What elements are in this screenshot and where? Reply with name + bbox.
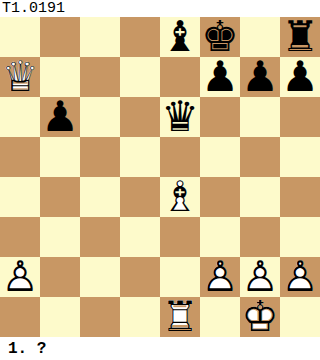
black-pawn-body: ♟ <box>200 57 240 97</box>
square-c3[interactable] <box>80 217 120 257</box>
square-e5[interactable] <box>160 137 200 177</box>
square-e4[interactable]: ♝♗ <box>160 177 200 217</box>
black-queen: ♛ <box>160 97 200 137</box>
black-bishop: ♝ <box>160 17 200 57</box>
black-pawn: ♟ <box>200 57 240 97</box>
white-pawn-outline: ♙ <box>280 257 320 297</box>
square-h3[interactable] <box>280 217 320 257</box>
square-g1[interactable]: ♚♔ <box>240 297 280 337</box>
square-h4[interactable] <box>280 177 320 217</box>
square-f7[interactable]: ♟ <box>200 57 240 97</box>
white-pawn-outline: ♙ <box>240 257 280 297</box>
square-a6[interactable] <box>0 97 40 137</box>
square-h6[interactable] <box>280 97 320 137</box>
black-king-body: ♚ <box>200 17 240 57</box>
square-d8[interactable] <box>120 17 160 57</box>
square-g6[interactable] <box>240 97 280 137</box>
square-f1[interactable] <box>200 297 240 337</box>
square-h8[interactable]: ♜ <box>280 17 320 57</box>
square-e6[interactable]: ♛ <box>160 97 200 137</box>
square-a4[interactable] <box>0 177 40 217</box>
square-f4[interactable] <box>200 177 240 217</box>
white-pawn: ♟♙ <box>240 257 280 297</box>
square-h1[interactable] <box>280 297 320 337</box>
square-f6[interactable] <box>200 97 240 137</box>
move-prompt: 1. ? <box>0 340 320 358</box>
white-queen-outline: ♕ <box>0 57 40 97</box>
white-pawn: ♟♙ <box>200 257 240 297</box>
square-a2[interactable]: ♟♙ <box>0 257 40 297</box>
square-a8[interactable] <box>0 17 40 57</box>
white-bishop: ♝♗ <box>160 177 200 217</box>
square-g5[interactable] <box>240 137 280 177</box>
square-g7[interactable]: ♟ <box>240 57 280 97</box>
square-c6[interactable] <box>80 97 120 137</box>
square-h2[interactable]: ♟♙ <box>280 257 320 297</box>
square-e1[interactable]: ♜♖ <box>160 297 200 337</box>
square-b1[interactable] <box>40 297 80 337</box>
square-a5[interactable] <box>0 137 40 177</box>
square-e3[interactable] <box>160 217 200 257</box>
black-pawn-body: ♟ <box>280 57 320 97</box>
square-e8[interactable]: ♝ <box>160 17 200 57</box>
square-g3[interactable] <box>240 217 280 257</box>
black-rook-body: ♜ <box>280 17 320 57</box>
square-f2[interactable]: ♟♙ <box>200 257 240 297</box>
white-queen: ♛♕ <box>0 57 40 97</box>
square-e7[interactable] <box>160 57 200 97</box>
square-f8[interactable]: ♚ <box>200 17 240 57</box>
square-d1[interactable] <box>120 297 160 337</box>
white-pawn-outline: ♙ <box>0 257 40 297</box>
white-rook-outline: ♖ <box>160 297 200 337</box>
square-d5[interactable] <box>120 137 160 177</box>
square-b2[interactable] <box>40 257 80 297</box>
black-rook: ♜ <box>280 17 320 57</box>
square-a3[interactable] <box>0 217 40 257</box>
square-g4[interactable] <box>240 177 280 217</box>
square-h7[interactable]: ♟ <box>280 57 320 97</box>
square-d4[interactable] <box>120 177 160 217</box>
square-g8[interactable] <box>240 17 280 57</box>
square-g2[interactable]: ♟♙ <box>240 257 280 297</box>
black-pawn-body: ♟ <box>240 57 280 97</box>
square-f5[interactable] <box>200 137 240 177</box>
black-bishop-body: ♝ <box>160 17 200 57</box>
square-d2[interactable] <box>120 257 160 297</box>
square-b7[interactable] <box>40 57 80 97</box>
black-pawn: ♟ <box>40 97 80 137</box>
square-b3[interactable] <box>40 217 80 257</box>
black-king: ♚ <box>200 17 240 57</box>
square-c8[interactable] <box>80 17 120 57</box>
square-c1[interactable] <box>80 297 120 337</box>
black-pawn-body: ♟ <box>40 97 80 137</box>
square-b4[interactable] <box>40 177 80 217</box>
square-d6[interactable] <box>120 97 160 137</box>
white-pawn: ♟♙ <box>280 257 320 297</box>
square-h5[interactable] <box>280 137 320 177</box>
square-a7[interactable]: ♛♕ <box>0 57 40 97</box>
white-rook: ♜♖ <box>160 297 200 337</box>
square-d7[interactable] <box>120 57 160 97</box>
white-king-outline: ♔ <box>240 297 280 337</box>
square-b5[interactable] <box>40 137 80 177</box>
square-c2[interactable] <box>80 257 120 297</box>
puzzle-id: T1.0191 <box>0 0 320 17</box>
black-queen-body: ♛ <box>160 97 200 137</box>
square-c4[interactable] <box>80 177 120 217</box>
white-pawn: ♟♙ <box>0 257 40 297</box>
square-b8[interactable] <box>40 17 80 57</box>
square-d3[interactable] <box>120 217 160 257</box>
square-f3[interactable] <box>200 217 240 257</box>
square-b6[interactable]: ♟ <box>40 97 80 137</box>
square-c7[interactable] <box>80 57 120 97</box>
white-bishop-outline: ♗ <box>160 177 200 217</box>
white-pawn-outline: ♙ <box>200 257 240 297</box>
black-pawn: ♟ <box>240 57 280 97</box>
white-king: ♚♔ <box>240 297 280 337</box>
puzzle-app-window: T1.0191 ♝♚♜♛♕♟♟♟♟♛♝♗♟♙♟♙♟♙♟♙♜♖♚♔ 1. ? <box>0 0 320 360</box>
square-c5[interactable] <box>80 137 120 177</box>
chess-board: ♝♚♜♛♕♟♟♟♟♛♝♗♟♙♟♙♟♙♟♙♜♖♚♔ <box>0 17 320 337</box>
square-e2[interactable] <box>160 257 200 297</box>
black-pawn: ♟ <box>280 57 320 97</box>
square-a1[interactable] <box>0 297 40 337</box>
